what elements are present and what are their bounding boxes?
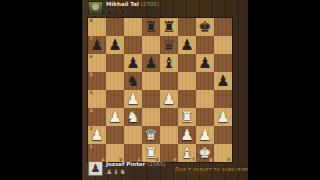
square-e7: ♛ bbox=[160, 36, 178, 54]
square-a7: 7♟ bbox=[88, 36, 106, 54]
square-d4 bbox=[142, 90, 160, 108]
square-b8 bbox=[106, 18, 124, 36]
file-label-g: g bbox=[209, 157, 212, 162]
black-p-piece-g6: ♟ bbox=[196, 54, 214, 72]
square-f1: f♝ bbox=[178, 144, 196, 162]
white-p-piece-c4: ♟ bbox=[124, 90, 142, 108]
square-h8 bbox=[214, 18, 232, 36]
square-e4: ♟ bbox=[160, 90, 178, 108]
file-label-e: e bbox=[173, 157, 176, 162]
white-n-piece-c3: ♞ bbox=[124, 108, 142, 126]
square-h2 bbox=[214, 126, 232, 144]
square-h1: h bbox=[214, 144, 232, 162]
square-h3: ♟ bbox=[214, 108, 232, 126]
video-frame: Mikhail Tal (2705) ♟♝♞ 8♜♜♚7♟♟♛♟6♟♟♝♟5♞♟… bbox=[0, 0, 320, 180]
rank-label-4: 4 bbox=[90, 90, 93, 95]
square-d8: ♜ bbox=[142, 18, 160, 36]
square-h7 bbox=[214, 36, 232, 54]
square-h4 bbox=[214, 90, 232, 108]
black-q-piece-e7: ♛ bbox=[160, 36, 178, 54]
rank-label-5: 5 bbox=[90, 72, 93, 77]
square-a2: 2♟ bbox=[88, 126, 106, 144]
square-e6: ♝ bbox=[160, 54, 178, 72]
captured-pieces-top: ♟♝♞ bbox=[106, 8, 159, 16]
square-g6: ♟ bbox=[196, 54, 214, 72]
player-bottom-avatar: ♟ bbox=[88, 161, 103, 176]
square-g8: ♚ bbox=[196, 18, 214, 36]
square-f6 bbox=[178, 54, 196, 72]
square-a1: 1a bbox=[88, 144, 106, 162]
square-a6: 6 bbox=[88, 54, 106, 72]
square-h5: ♟ bbox=[214, 72, 232, 90]
square-c2 bbox=[124, 126, 142, 144]
square-d3 bbox=[142, 108, 160, 126]
square-c4: ♟ bbox=[124, 90, 142, 108]
square-e5 bbox=[160, 72, 178, 90]
square-b3: ♟ bbox=[106, 108, 124, 126]
black-p-piece-h5: ♟ bbox=[214, 72, 232, 90]
square-c6: ♟ bbox=[124, 54, 142, 72]
square-a3: 3 bbox=[88, 108, 106, 126]
square-f2: ♟ bbox=[178, 126, 196, 144]
square-b6 bbox=[106, 54, 124, 72]
square-g2: ♟ bbox=[196, 126, 214, 144]
square-e3 bbox=[160, 108, 178, 126]
square-d1: d♜ bbox=[142, 144, 160, 162]
square-d6: ♟ bbox=[142, 54, 160, 72]
rank-label-6: 6 bbox=[90, 54, 93, 59]
square-e8: ♜ bbox=[160, 18, 178, 36]
white-p-piece-b3: ♟ bbox=[106, 108, 124, 126]
square-a5: 5 bbox=[88, 72, 106, 90]
pawn-avatar-icon: ♟ bbox=[91, 162, 101, 175]
file-label-f: f bbox=[193, 157, 195, 162]
square-f8 bbox=[178, 18, 196, 36]
square-f3: ♜ bbox=[178, 108, 196, 126]
square-h6 bbox=[214, 54, 232, 72]
square-d2: ♛ bbox=[142, 126, 160, 144]
square-g3 bbox=[196, 108, 214, 126]
player-bar-bottom: ♟ Jozsef Pinter (2565) ♟♝♞ bbox=[88, 161, 165, 176]
square-d5 bbox=[142, 72, 160, 90]
square-f5 bbox=[178, 72, 196, 90]
rank-label-3: 3 bbox=[90, 108, 93, 113]
white-r-piece-f3: ♜ bbox=[178, 108, 196, 126]
rank-label-8: 8 bbox=[90, 18, 93, 23]
white-q-piece-d2: ♛ bbox=[142, 126, 160, 144]
chess-board: 8♜♜♚7♟♟♛♟6♟♟♝♟5♞♟4♟♟3♟♞♜♟2♟♛♟♟1abcd♜ef♝g… bbox=[88, 18, 232, 162]
player-top-rating: (2705) bbox=[141, 1, 159, 7]
file-label-h: h bbox=[227, 157, 230, 162]
white-p-piece-g2: ♟ bbox=[196, 126, 214, 144]
square-b5 bbox=[106, 72, 124, 90]
white-p-piece-h3: ♟ bbox=[214, 108, 232, 126]
white-p-piece-f2: ♟ bbox=[178, 126, 196, 144]
square-e2 bbox=[160, 126, 178, 144]
black-p-piece-f7: ♟ bbox=[178, 36, 196, 54]
captured-pieces-bottom: ♟♝♞ bbox=[106, 168, 165, 176]
white-p-piece-e4: ♟ bbox=[160, 90, 178, 108]
square-c1: c bbox=[124, 144, 142, 162]
black-p-piece-b7: ♟ bbox=[106, 36, 124, 54]
player-top-avatar bbox=[88, 1, 103, 16]
black-k-piece-g8: ♚ bbox=[196, 18, 214, 36]
square-b4 bbox=[106, 90, 124, 108]
black-p-piece-d6: ♟ bbox=[142, 54, 160, 72]
square-a4: 4 bbox=[88, 90, 106, 108]
square-g7 bbox=[196, 36, 214, 54]
square-f4 bbox=[178, 90, 196, 108]
black-p-piece-c6: ♟ bbox=[124, 54, 142, 72]
rank-label-1: 1 bbox=[90, 144, 93, 149]
square-c7 bbox=[124, 36, 142, 54]
player-top-name: Mikhail Tal bbox=[106, 1, 139, 7]
square-a8: 8 bbox=[88, 18, 106, 36]
player-bar-top: Mikhail Tal (2705) ♟♝♞ bbox=[88, 1, 159, 16]
player-bottom-rating: (2565) bbox=[147, 161, 165, 167]
square-c8 bbox=[124, 18, 142, 36]
square-g5 bbox=[196, 72, 214, 90]
square-c3: ♞ bbox=[124, 108, 142, 126]
subscribe-overlay-text: Don't forget to subscribe bbox=[170, 166, 248, 172]
black-b-piece-e6: ♝ bbox=[160, 54, 178, 72]
square-g4 bbox=[196, 90, 214, 108]
square-f7: ♟ bbox=[178, 36, 196, 54]
square-g1: g♚ bbox=[196, 144, 214, 162]
black-r-piece-d8: ♜ bbox=[142, 18, 160, 36]
rank-label-7: 7 bbox=[90, 36, 93, 41]
square-b7: ♟ bbox=[106, 36, 124, 54]
square-b1: b bbox=[106, 144, 124, 162]
square-d7 bbox=[142, 36, 160, 54]
square-b2 bbox=[106, 126, 124, 144]
square-e1: e bbox=[160, 144, 178, 162]
black-r-piece-e8: ♜ bbox=[160, 18, 178, 36]
rank-label-2: 2 bbox=[90, 126, 93, 131]
square-c5: ♞ bbox=[124, 72, 142, 90]
player-bottom-name: Jozsef Pinter bbox=[106, 161, 145, 167]
black-n-piece-c5: ♞ bbox=[124, 72, 142, 90]
